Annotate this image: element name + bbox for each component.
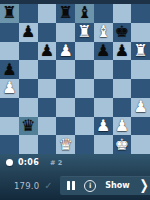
button-panel: i Show ❯ [60,176,150,195]
square-e4[interactable] [75,79,94,98]
piece-white-bishop[interactable]: ♝ [96,24,110,40]
clock: 0:06 [18,158,39,167]
show-button[interactable]: Show [105,181,129,190]
square-e1[interactable] [75,135,94,154]
square-g2[interactable]: ♟ [113,117,132,136]
check-icon: ✓ [44,180,52,191]
square-h4[interactable] [131,79,150,98]
square-e2[interactable] [75,117,94,136]
control-bar: 179.0 ✓ i Show ❯ [0,171,150,200]
square-c5[interactable] [38,60,57,79]
square-d3[interactable] [56,98,75,117]
status-bar: 0:06 # 2 [0,154,150,171]
square-a2[interactable] [0,117,19,136]
square-g4[interactable] [113,79,132,98]
square-d7[interactable] [56,23,75,42]
white-to-move-indicator [6,159,13,166]
piece-black-rook[interactable]: ♜ [58,5,72,21]
square-h2[interactable] [131,117,150,136]
square-g1[interactable]: ♚ [113,135,132,154]
pause-button[interactable] [67,181,76,190]
chess-board: ♜♜♝♟♜♝♚♟♟♟♟♜♟♟♟♛♟♟♛♚ [0,4,150,154]
piece-white-rook[interactable]: ♜ [77,24,91,40]
piece-black-pawn[interactable]: ♟ [96,42,110,58]
square-e6[interactable] [75,42,94,61]
square-a8[interactable]: ♜ [0,4,19,23]
square-c3[interactable] [38,98,57,117]
square-f4[interactable] [94,79,113,98]
square-a5[interactable]: ♟ [0,60,19,79]
piece-black-pawn[interactable]: ♟ [115,42,129,58]
square-f3[interactable] [94,98,113,117]
square-c8[interactable] [38,4,57,23]
square-c6[interactable]: ♟ [38,42,57,61]
square-b4[interactable] [19,79,38,98]
square-d8[interactable]: ♜ [56,4,75,23]
square-a4[interactable]: ♟ [0,79,19,98]
square-f5[interactable] [94,60,113,79]
square-h5[interactable] [131,60,150,79]
piece-white-king[interactable]: ♚ [115,136,129,152]
square-b2[interactable]: ♛ [19,117,38,136]
piece-black-pawn[interactable]: ♟ [21,24,35,40]
square-a1[interactable] [0,135,19,154]
square-d4[interactable] [56,79,75,98]
piece-white-rook[interactable]: ♜ [133,42,147,58]
piece-white-queen[interactable]: ♛ [58,136,72,152]
square-c7[interactable] [38,23,57,42]
square-h7[interactable] [131,23,150,42]
square-h3[interactable]: ♟ [131,98,150,117]
rating-score: 179.0 [14,181,39,191]
piece-white-pawn[interactable]: ♟ [2,80,16,96]
piece-black-king[interactable]: ♚ [115,24,129,40]
piece-white-pawn[interactable]: ♟ [133,99,147,115]
square-b5[interactable] [19,60,38,79]
square-e7[interactable]: ♜ [75,23,94,42]
square-c1[interactable] [38,135,57,154]
square-f6[interactable]: ♟ [94,42,113,61]
square-d6[interactable]: ♟ [56,42,75,61]
square-g6[interactable]: ♟ [113,42,132,61]
next-chevron-button[interactable]: ❯ [140,177,149,193]
info-button[interactable]: i [84,180,96,192]
piece-white-pawn[interactable]: ♟ [115,117,129,133]
square-h1[interactable] [131,135,150,154]
square-f1[interactable] [94,135,113,154]
square-d2[interactable] [56,117,75,136]
square-h6[interactable]: ♜ [131,42,150,61]
square-d5[interactable] [56,60,75,79]
square-a6[interactable] [0,42,19,61]
square-b7[interactable]: ♟ [19,23,38,42]
mate-in-n-label: # 2 [50,159,62,167]
square-f2[interactable]: ♟ [94,117,113,136]
piece-black-pawn[interactable]: ♟ [40,42,54,58]
square-g8[interactable] [113,4,132,23]
square-c4[interactable] [38,79,57,98]
square-e5[interactable] [75,60,94,79]
square-a3[interactable] [0,98,19,117]
piece-black-bishop[interactable]: ♝ [77,5,91,21]
square-b8[interactable] [19,4,38,23]
square-g7[interactable]: ♚ [113,23,132,42]
square-e3[interactable] [75,98,94,117]
square-c2[interactable] [38,117,57,136]
piece-black-pawn[interactable]: ♟ [2,61,16,77]
square-d1[interactable]: ♛ [56,135,75,154]
square-a7[interactable] [0,23,19,42]
piece-white-pawn[interactable]: ♟ [96,117,110,133]
piece-white-pawn[interactable]: ♟ [58,42,72,58]
square-h8[interactable] [131,4,150,23]
square-b1[interactable] [19,135,38,154]
square-b3[interactable] [19,98,38,117]
piece-black-rook[interactable]: ♜ [2,5,16,21]
piece-black-queen[interactable]: ♛ [21,117,35,133]
square-b6[interactable] [19,42,38,61]
square-g3[interactable] [113,98,132,117]
square-e8[interactable]: ♝ [75,4,94,23]
square-g5[interactable] [113,60,132,79]
square-f7[interactable]: ♝ [94,23,113,42]
square-f8[interactable] [94,4,113,23]
